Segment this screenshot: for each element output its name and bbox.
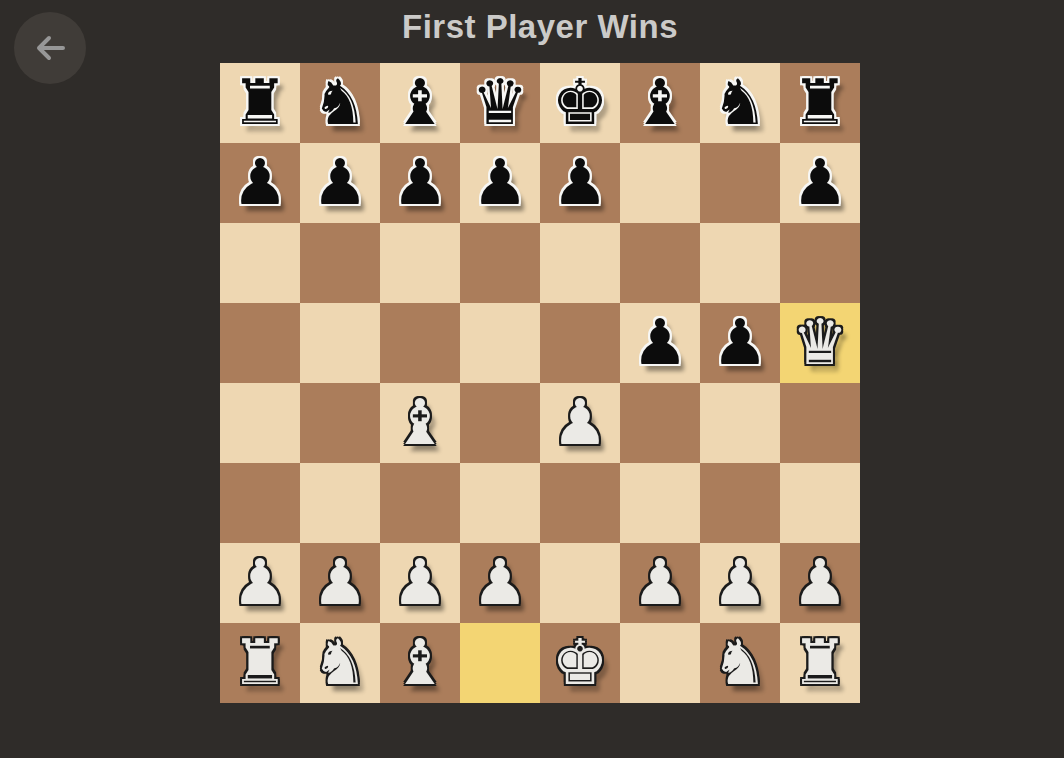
square-a3[interactable] xyxy=(220,463,300,543)
square-a8[interactable]: ♜ xyxy=(220,63,300,143)
square-h7[interactable]: ♟ xyxy=(780,143,860,223)
back-button[interactable] xyxy=(14,12,86,84)
arrow-left-icon xyxy=(29,27,71,69)
white-bishop-c1[interactable]: ♝ xyxy=(392,623,448,703)
square-e3[interactable] xyxy=(540,463,620,543)
square-f1[interactable] xyxy=(620,623,700,703)
black-pawn-d7[interactable]: ♟ xyxy=(472,143,528,223)
black-pawn-c7[interactable]: ♟ xyxy=(392,143,448,223)
square-a5[interactable] xyxy=(220,303,300,383)
square-c5[interactable] xyxy=(380,303,460,383)
white-king-e1[interactable]: ♚ xyxy=(552,623,608,703)
square-g4[interactable] xyxy=(700,383,780,463)
white-pawn-d2[interactable]: ♟ xyxy=(472,543,528,623)
white-pawn-e4[interactable]: ♟ xyxy=(552,383,608,463)
black-pawn-e7[interactable]: ♟ xyxy=(552,143,608,223)
white-rook-h1[interactable]: ♜ xyxy=(792,623,848,703)
black-bishop-f8[interactable]: ♝ xyxy=(632,63,688,143)
square-b7[interactable]: ♟ xyxy=(300,143,380,223)
square-h1[interactable]: ♜ xyxy=(780,623,860,703)
white-pawn-a2[interactable]: ♟ xyxy=(232,543,288,623)
square-f8[interactable]: ♝ xyxy=(620,63,700,143)
square-a2[interactable]: ♟ xyxy=(220,543,300,623)
square-h3[interactable] xyxy=(780,463,860,543)
square-d8[interactable]: ♛ xyxy=(460,63,540,143)
square-b8[interactable]: ♞ xyxy=(300,63,380,143)
square-c3[interactable] xyxy=(380,463,460,543)
black-queen-d8[interactable]: ♛ xyxy=(472,63,528,143)
square-e1[interactable]: ♚ xyxy=(540,623,620,703)
square-g6[interactable] xyxy=(700,223,780,303)
white-knight-g1[interactable]: ♞ xyxy=(712,623,768,703)
square-c8[interactable]: ♝ xyxy=(380,63,460,143)
white-queen-h5[interactable]: ♛ xyxy=(792,303,848,383)
white-knight-b1[interactable]: ♞ xyxy=(312,623,368,703)
square-e7[interactable]: ♟ xyxy=(540,143,620,223)
chess-board: ♜♞♝♛♚♝♞♜♟♟♟♟♟♟♟♟♛♝♟♟♟♟♟♟♟♟♜♞♝♚♞♜ xyxy=(220,63,860,703)
square-f3[interactable] xyxy=(620,463,700,543)
square-g7[interactable] xyxy=(700,143,780,223)
black-pawn-h7[interactable]: ♟ xyxy=(792,143,848,223)
square-d1[interactable] xyxy=(460,623,540,703)
black-pawn-a7[interactable]: ♟ xyxy=(232,143,288,223)
black-rook-a8[interactable]: ♜ xyxy=(232,63,288,143)
square-h4[interactable] xyxy=(780,383,860,463)
square-b1[interactable]: ♞ xyxy=(300,623,380,703)
square-h6[interactable] xyxy=(780,223,860,303)
square-c1[interactable]: ♝ xyxy=(380,623,460,703)
white-bishop-c4[interactable]: ♝ xyxy=(392,383,448,463)
black-knight-g8[interactable]: ♞ xyxy=(712,63,768,143)
square-g2[interactable]: ♟ xyxy=(700,543,780,623)
white-pawn-g2[interactable]: ♟ xyxy=(712,543,768,623)
square-b3[interactable] xyxy=(300,463,380,543)
page-title: First Player Wins xyxy=(220,8,860,46)
square-f5[interactable]: ♟ xyxy=(620,303,700,383)
square-d5[interactable] xyxy=(460,303,540,383)
square-f6[interactable] xyxy=(620,223,700,303)
black-pawn-f5[interactable]: ♟ xyxy=(632,303,688,383)
square-h5[interactable]: ♛ xyxy=(780,303,860,383)
white-pawn-c2[interactable]: ♟ xyxy=(392,543,448,623)
white-pawn-b2[interactable]: ♟ xyxy=(312,543,368,623)
square-f7[interactable] xyxy=(620,143,700,223)
square-h2[interactable]: ♟ xyxy=(780,543,860,623)
black-king-e8[interactable]: ♚ xyxy=(552,63,608,143)
square-h8[interactable]: ♜ xyxy=(780,63,860,143)
square-f4[interactable] xyxy=(620,383,700,463)
black-bishop-c8[interactable]: ♝ xyxy=(392,63,448,143)
square-d2[interactable]: ♟ xyxy=(460,543,540,623)
square-g5[interactable]: ♟ xyxy=(700,303,780,383)
square-c4[interactable]: ♝ xyxy=(380,383,460,463)
white-pawn-h2[interactable]: ♟ xyxy=(792,543,848,623)
square-c2[interactable]: ♟ xyxy=(380,543,460,623)
square-g3[interactable] xyxy=(700,463,780,543)
square-d4[interactable] xyxy=(460,383,540,463)
black-pawn-g5[interactable]: ♟ xyxy=(712,303,768,383)
square-c6[interactable] xyxy=(380,223,460,303)
square-d6[interactable] xyxy=(460,223,540,303)
square-g1[interactable]: ♞ xyxy=(700,623,780,703)
square-a7[interactable]: ♟ xyxy=(220,143,300,223)
black-pawn-b7[interactable]: ♟ xyxy=(312,143,368,223)
square-b4[interactable] xyxy=(300,383,380,463)
square-e6[interactable] xyxy=(540,223,620,303)
square-e4[interactable]: ♟ xyxy=(540,383,620,463)
square-e5[interactable] xyxy=(540,303,620,383)
black-knight-b8[interactable]: ♞ xyxy=(312,63,368,143)
square-a1[interactable]: ♜ xyxy=(220,623,300,703)
square-f2[interactable]: ♟ xyxy=(620,543,700,623)
white-rook-a1[interactable]: ♜ xyxy=(232,623,288,703)
square-e2[interactable] xyxy=(540,543,620,623)
square-a6[interactable] xyxy=(220,223,300,303)
white-pawn-f2[interactable]: ♟ xyxy=(632,543,688,623)
square-b2[interactable]: ♟ xyxy=(300,543,380,623)
square-g8[interactable]: ♞ xyxy=(700,63,780,143)
square-c7[interactable]: ♟ xyxy=(380,143,460,223)
square-b5[interactable] xyxy=(300,303,380,383)
square-d3[interactable] xyxy=(460,463,540,543)
square-d7[interactable]: ♟ xyxy=(460,143,540,223)
square-e8[interactable]: ♚ xyxy=(540,63,620,143)
square-a4[interactable] xyxy=(220,383,300,463)
square-b6[interactable] xyxy=(300,223,380,303)
black-rook-h8[interactable]: ♜ xyxy=(792,63,848,143)
